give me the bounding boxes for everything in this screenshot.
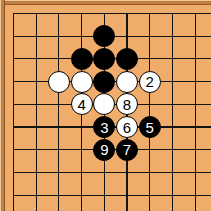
stone-white	[116, 71, 138, 93]
stone-black	[93, 71, 115, 93]
stone-white-8: 8	[116, 93, 138, 115]
stone-white	[71, 71, 93, 93]
stone-white-2: 2	[139, 71, 161, 93]
stone-black	[93, 25, 115, 47]
stone-black-5: 5	[139, 116, 161, 138]
stone-black-9: 9	[93, 139, 115, 161]
stone-white-6: 6	[116, 116, 138, 138]
stones-layer: 24836597	[0, 0, 211, 211]
stone-black	[71, 48, 93, 70]
stone-black-3: 3	[93, 116, 115, 138]
stone-black	[116, 48, 138, 70]
stone-white	[48, 71, 70, 93]
go-diagram: 24836597	[0, 0, 211, 211]
stone-black-7: 7	[116, 139, 138, 161]
stone-black	[93, 48, 115, 70]
stone-white	[93, 93, 115, 115]
stone-white-4: 4	[71, 93, 93, 115]
